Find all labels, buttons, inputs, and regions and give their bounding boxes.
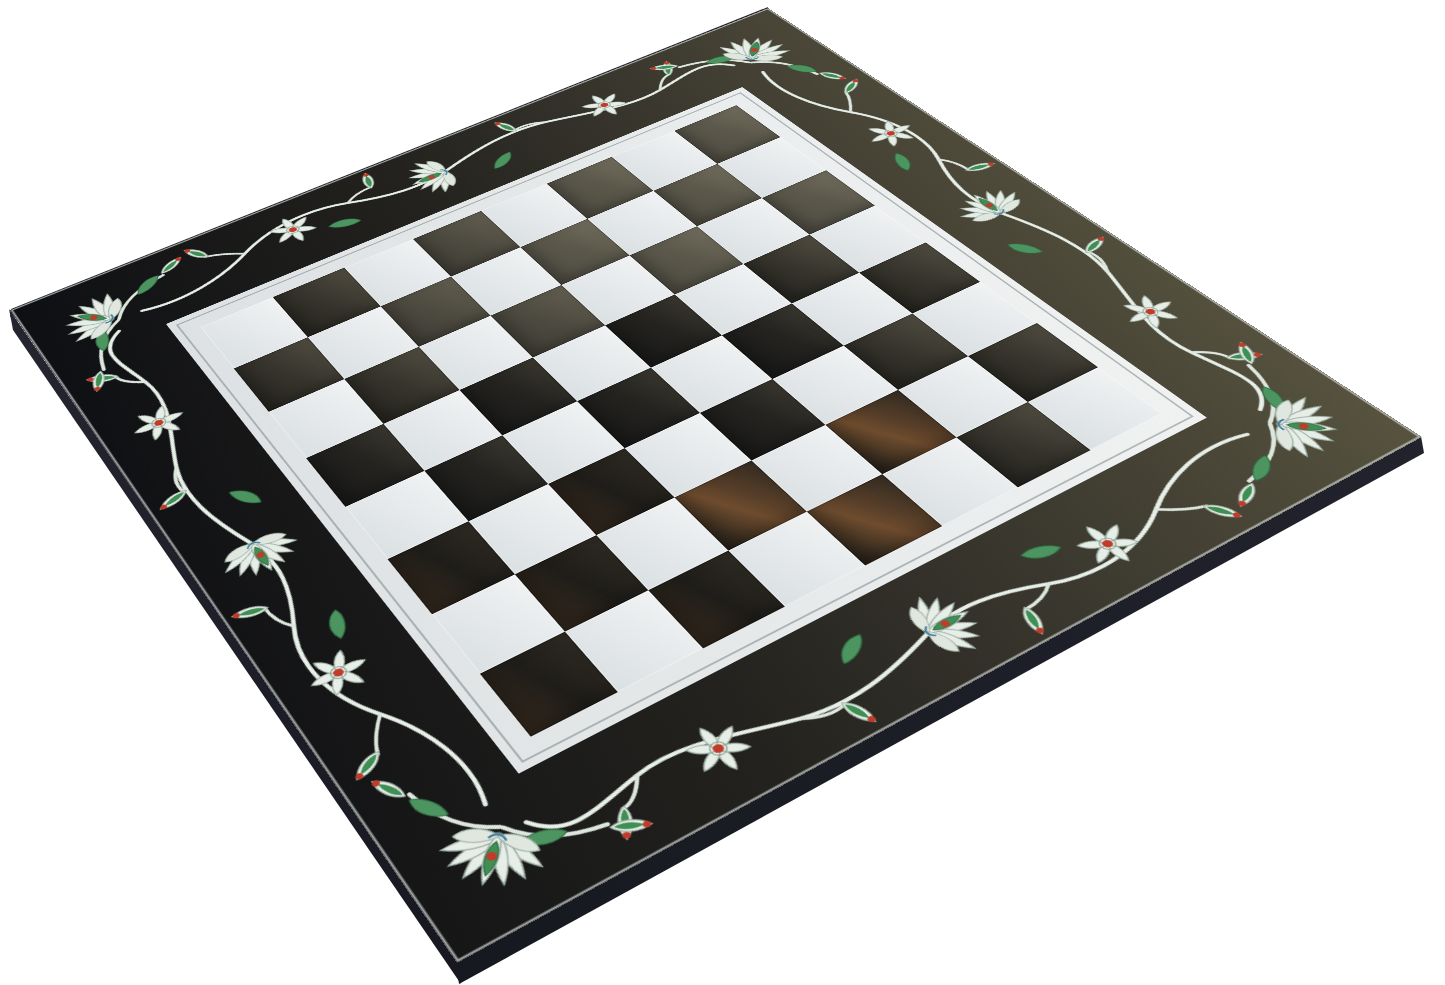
- chessboard: [10, 8, 1422, 963]
- product-photo-stage: [0, 0, 1445, 985]
